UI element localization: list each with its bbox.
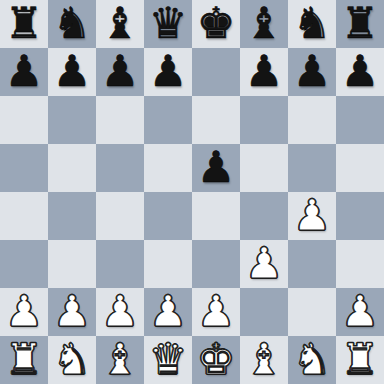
white-knight-piece: ♞	[53, 338, 92, 381]
square-b6[interactable]	[48, 96, 96, 144]
square-h6[interactable]	[336, 96, 384, 144]
square-c1[interactable]: ♝	[96, 336, 144, 384]
white-pawn-piece: ♟	[293, 194, 332, 237]
black-queen-piece: ♛	[149, 2, 188, 45]
square-e2[interactable]: ♟	[192, 288, 240, 336]
square-g2[interactable]	[288, 288, 336, 336]
black-king-piece: ♚	[197, 2, 236, 45]
square-a5[interactable]	[0, 144, 48, 192]
black-bishop-piece: ♝	[101, 2, 140, 45]
square-c4[interactable]	[96, 192, 144, 240]
square-c6[interactable]	[96, 96, 144, 144]
white-pawn-piece: ♟	[5, 290, 44, 333]
white-pawn-piece: ♟	[101, 290, 140, 333]
square-g3[interactable]	[288, 240, 336, 288]
square-a4[interactable]	[0, 192, 48, 240]
square-f7[interactable]: ♟	[240, 48, 288, 96]
white-pawn-piece: ♟	[149, 290, 188, 333]
black-pawn-piece: ♟	[341, 50, 380, 93]
square-b4[interactable]	[48, 192, 96, 240]
square-b1[interactable]: ♞	[48, 336, 96, 384]
square-d8[interactable]: ♛	[144, 0, 192, 48]
white-pawn-piece: ♟	[245, 242, 284, 285]
black-knight-piece: ♞	[293, 2, 332, 45]
white-rook-piece: ♜	[5, 338, 44, 381]
square-b8[interactable]: ♞	[48, 0, 96, 48]
square-e4[interactable]	[192, 192, 240, 240]
square-g1[interactable]: ♞	[288, 336, 336, 384]
square-b7[interactable]: ♟	[48, 48, 96, 96]
square-e3[interactable]	[192, 240, 240, 288]
white-knight-piece: ♞	[293, 338, 332, 381]
black-pawn-piece: ♟	[149, 50, 188, 93]
square-a8[interactable]: ♜	[0, 0, 48, 48]
square-h2[interactable]: ♟	[336, 288, 384, 336]
white-bishop-piece: ♝	[101, 338, 140, 381]
square-d4[interactable]	[144, 192, 192, 240]
square-a2[interactable]: ♟	[0, 288, 48, 336]
square-d5[interactable]	[144, 144, 192, 192]
white-pawn-piece: ♟	[197, 290, 236, 333]
square-d3[interactable]	[144, 240, 192, 288]
black-rook-piece: ♜	[341, 2, 380, 45]
square-f6[interactable]	[240, 96, 288, 144]
chess-board: ♜♞♝♛♚♝♞♜♟♟♟♟♟♟♟♟♟♟♟♟♟♟♟♟♜♞♝♛♚♝♞♜	[0, 0, 384, 384]
square-e1[interactable]: ♚	[192, 336, 240, 384]
square-h4[interactable]	[336, 192, 384, 240]
square-g8[interactable]: ♞	[288, 0, 336, 48]
square-c8[interactable]: ♝	[96, 0, 144, 48]
white-rook-piece: ♜	[341, 338, 380, 381]
square-h1[interactable]: ♜	[336, 336, 384, 384]
square-h3[interactable]	[336, 240, 384, 288]
square-a6[interactable]	[0, 96, 48, 144]
square-a3[interactable]	[0, 240, 48, 288]
black-bishop-piece: ♝	[245, 2, 284, 45]
black-pawn-piece: ♟	[53, 50, 92, 93]
square-d6[interactable]	[144, 96, 192, 144]
square-b3[interactable]	[48, 240, 96, 288]
square-c2[interactable]: ♟	[96, 288, 144, 336]
black-pawn-piece: ♟	[245, 50, 284, 93]
white-queen-piece: ♛	[149, 338, 188, 381]
square-g6[interactable]	[288, 96, 336, 144]
black-pawn-piece: ♟	[101, 50, 140, 93]
square-f4[interactable]	[240, 192, 288, 240]
white-king-piece: ♚	[197, 338, 236, 381]
square-g7[interactable]: ♟	[288, 48, 336, 96]
white-bishop-piece: ♝	[245, 338, 284, 381]
square-e7[interactable]	[192, 48, 240, 96]
black-knight-piece: ♞	[53, 2, 92, 45]
square-f1[interactable]: ♝	[240, 336, 288, 384]
square-a1[interactable]: ♜	[0, 336, 48, 384]
square-e5[interactable]: ♟	[192, 144, 240, 192]
square-b5[interactable]	[48, 144, 96, 192]
square-c5[interactable]	[96, 144, 144, 192]
black-pawn-piece: ♟	[293, 50, 332, 93]
square-c3[interactable]	[96, 240, 144, 288]
square-d7[interactable]: ♟	[144, 48, 192, 96]
square-d1[interactable]: ♛	[144, 336, 192, 384]
white-pawn-piece: ♟	[53, 290, 92, 333]
square-h8[interactable]: ♜	[336, 0, 384, 48]
square-h5[interactable]	[336, 144, 384, 192]
square-c7[interactable]: ♟	[96, 48, 144, 96]
black-pawn-piece: ♟	[197, 146, 236, 189]
square-b2[interactable]: ♟	[48, 288, 96, 336]
square-f2[interactable]	[240, 288, 288, 336]
square-a7[interactable]: ♟	[0, 48, 48, 96]
black-rook-piece: ♜	[5, 2, 44, 45]
square-g5[interactable]	[288, 144, 336, 192]
white-pawn-piece: ♟	[341, 290, 380, 333]
square-f8[interactable]: ♝	[240, 0, 288, 48]
square-d2[interactable]: ♟	[144, 288, 192, 336]
square-e8[interactable]: ♚	[192, 0, 240, 48]
square-f5[interactable]	[240, 144, 288, 192]
square-e6[interactable]	[192, 96, 240, 144]
square-f3[interactable]: ♟	[240, 240, 288, 288]
square-g4[interactable]: ♟	[288, 192, 336, 240]
black-pawn-piece: ♟	[5, 50, 44, 93]
square-h7[interactable]: ♟	[336, 48, 384, 96]
